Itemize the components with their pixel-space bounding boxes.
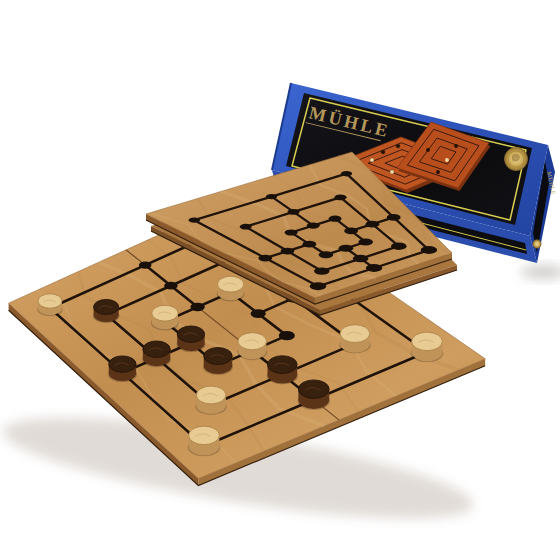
product-photo-stage: MÜHLEMÜHLE: [0, 0, 560, 560]
box-shadow: [521, 265, 560, 279]
piece-dark-c3: [203, 347, 233, 375]
piece-light-e5: [217, 276, 245, 301]
point-d6: [288, 209, 300, 215]
piece-dark-c4: [176, 326, 205, 352]
point-c4: [302, 241, 316, 248]
piece-light-d3: [237, 333, 267, 361]
point-f2: [391, 242, 407, 249]
piece-dark-b4: [142, 341, 171, 367]
point-g7: [341, 171, 352, 176]
point-d6: [164, 282, 177, 290]
point-e3: [358, 238, 373, 245]
piece-light-a7: [37, 294, 62, 317]
piece-light-b2: [195, 386, 226, 415]
product-photo: MÜHLEMÜHLE: [0, 0, 560, 560]
point-e3: [279, 331, 295, 340]
point-d7: [139, 261, 152, 268]
point-c3: [319, 251, 334, 258]
box-side-seal-icon: [533, 240, 541, 248]
point-d1: [366, 264, 382, 272]
point-b4: [281, 248, 295, 255]
point-d5: [190, 303, 204, 311]
point-b6: [240, 224, 252, 230]
piece-dark-d2: [267, 356, 298, 385]
point-a7: [189, 217, 200, 222]
point-d2: [353, 255, 369, 262]
piece-light-a1: [188, 426, 221, 456]
point-a4: [258, 255, 272, 262]
point-b2: [314, 267, 330, 274]
point-f6: [334, 194, 346, 200]
point-d7: [266, 194, 277, 199]
piece-light-c5: [151, 305, 179, 330]
point-c5: [285, 229, 298, 235]
point-e4: [344, 228, 358, 235]
piece-light-g1: [411, 332, 444, 362]
point-e4: [251, 309, 266, 318]
piece-dark-b6: [93, 299, 120, 323]
point-g4: [387, 214, 401, 221]
point-d3: [339, 245, 354, 252]
point-d5: [307, 222, 320, 228]
medallion-icon: [505, 148, 528, 171]
piece-light-f2: [339, 325, 370, 354]
point-f4: [366, 221, 380, 228]
point-a1: [310, 282, 326, 290]
point-g1: [421, 246, 437, 254]
piece-dark-d1: [297, 380, 330, 410]
point-e5: [329, 216, 342, 222]
piece-dark-a4: [108, 356, 137, 382]
